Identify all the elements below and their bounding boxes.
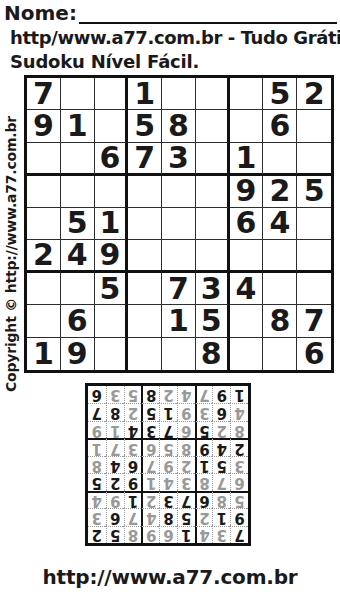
- puzzle-cell-r3c8[interactable]: [263, 143, 297, 176]
- puzzle-cell-r7c8[interactable]: [263, 273, 297, 305]
- puzzle-cell-r6c9[interactable]: [297, 240, 331, 273]
- puzzle-cell-r7c4[interactable]: [128, 273, 162, 305]
- solution-cell-r9c3: 7: [195, 386, 213, 403]
- solution-cell-r5c1: 3: [230, 456, 248, 473]
- solution-cell-r1c7: 8: [124, 526, 142, 543]
- puzzle-cell-r8c5: 1: [162, 305, 196, 337]
- solution-cell-r6c3: 9: [195, 438, 213, 455]
- puzzle-cell-r7c1[interactable]: [27, 273, 61, 305]
- puzzle-cell-r3c7: 1: [230, 143, 264, 176]
- solution-cell-r2c6: 4: [141, 508, 159, 525]
- solution-cell-r4c8: 2: [106, 473, 124, 490]
- puzzle-cell-r4c7: 9: [230, 176, 264, 208]
- puzzle-level-subtitle: Sudoku Nível Fácil.: [10, 51, 199, 72]
- puzzle-cell-r4c6[interactable]: [196, 176, 230, 208]
- copyright-vertical-text: Copyright © http://www.a77.com.br: [3, 116, 19, 392]
- puzzle-cell-r1c1: 7: [27, 78, 61, 110]
- solution-cell-r6c4: 8: [177, 438, 195, 455]
- solution-cell-r1c6: 9: [141, 526, 159, 543]
- puzzle-cell-r5c7: 6: [230, 208, 264, 240]
- sudoku-puzzle-grid: 715291586673192551642495734615871986: [24, 75, 334, 373]
- solution-cell-r9c1: 1: [230, 386, 248, 403]
- name-row: Nome:: [4, 2, 337, 24]
- puzzle-cell-r7c7: 4: [230, 273, 264, 305]
- solution-cell-r1c3: 4: [195, 526, 213, 543]
- puzzle-cell-r8c4[interactable]: [128, 305, 162, 337]
- solution-cell-r9c7: 5: [124, 386, 142, 403]
- solution-cell-r7c5: 7: [159, 421, 177, 438]
- solution-cell-r1c2: 3: [212, 526, 230, 543]
- puzzle-cell-r1c6[interactable]: [196, 78, 230, 110]
- puzzle-cell-r2c3[interactable]: [95, 110, 129, 142]
- puzzle-cell-r2c6[interactable]: [196, 110, 230, 142]
- puzzle-cell-r7c5: 7: [162, 273, 196, 305]
- puzzle-cell-r7c9[interactable]: [297, 273, 331, 305]
- solution-cell-r6c5: 5: [159, 438, 177, 455]
- puzzle-cell-r9c8[interactable]: [263, 338, 297, 370]
- solution-cell-r8c8: 8: [106, 403, 124, 420]
- solution-cell-r5c8: 4: [106, 456, 124, 473]
- solution-cell-r7c7: 4: [124, 421, 142, 438]
- puzzle-cell-r9c4[interactable]: [128, 338, 162, 370]
- puzzle-cell-r8c7[interactable]: [230, 305, 264, 337]
- solution-cell-r7c1: 8: [230, 421, 248, 438]
- solution-cell-r5c2: 5: [212, 456, 230, 473]
- puzzle-cell-r6c5[interactable]: [162, 240, 196, 273]
- solution-cell-r2c8: 6: [106, 508, 124, 525]
- footer-url: http://www.a77.com.br: [0, 565, 340, 589]
- name-label: Nome:: [4, 2, 77, 24]
- puzzle-cell-r1c2[interactable]: [61, 78, 95, 110]
- puzzle-cell-r4c4[interactable]: [128, 176, 162, 208]
- solution-cell-r5c3: 1: [195, 456, 213, 473]
- puzzle-cell-r4c5[interactable]: [162, 176, 196, 208]
- solution-cell-r6c8: 7: [106, 438, 124, 455]
- puzzle-cell-r2c2: 1: [61, 110, 95, 142]
- puzzle-cell-r2c4: 5: [128, 110, 162, 142]
- solution-cell-r3c2: 8: [212, 491, 230, 508]
- puzzle-cell-r7c2[interactable]: [61, 273, 95, 305]
- solution-cell-r6c9: 1: [88, 438, 106, 455]
- solution-cell-r4c7: 9: [124, 473, 142, 490]
- puzzle-cell-r3c6[interactable]: [196, 143, 230, 176]
- solution-cell-r1c4: 1: [177, 526, 195, 543]
- puzzle-cell-r3c5: 3: [162, 143, 196, 176]
- puzzle-cell-r5c9[interactable]: [297, 208, 331, 240]
- puzzle-cell-r9c2: 9: [61, 338, 95, 370]
- solution-cell-r6c6: 6: [141, 438, 159, 455]
- puzzle-cell-r4c2[interactable]: [61, 176, 95, 208]
- puzzle-cell-r5c3: 1: [95, 208, 129, 240]
- solution-cell-r3c3: 6: [195, 491, 213, 508]
- puzzle-cell-r3c9[interactable]: [297, 143, 331, 176]
- puzzle-cell-r6c7[interactable]: [230, 240, 264, 273]
- solution-cell-r2c3: 2: [195, 508, 213, 525]
- solution-cell-r6c2: 4: [212, 438, 230, 455]
- solution-cell-r2c9: 3: [88, 508, 106, 525]
- solution-cell-r4c9: 5: [88, 473, 106, 490]
- puzzle-cell-r4c8: 2: [263, 176, 297, 208]
- solution-cell-r8c3: 3: [195, 403, 213, 420]
- puzzle-cell-r6c3: 9: [95, 240, 129, 273]
- puzzle-cell-r9c9: 6: [297, 338, 331, 370]
- solution-cell-r5c6: 7: [141, 456, 159, 473]
- puzzle-cell-r2c1: 9: [27, 110, 61, 142]
- solution-cell-r1c8: 5: [106, 526, 124, 543]
- solution-cell-r1c1: 7: [230, 526, 248, 543]
- solution-cell-r8c6: 5: [141, 403, 159, 420]
- puzzle-cell-r8c3[interactable]: [95, 305, 129, 337]
- puzzle-cell-r7c6: 3: [196, 273, 230, 305]
- solution-cell-r9c6: 8: [141, 386, 159, 403]
- solution-cell-r8c7: 2: [124, 403, 142, 420]
- puzzle-cell-r1c5[interactable]: [162, 78, 196, 110]
- puzzle-cell-r9c7[interactable]: [230, 338, 264, 370]
- puzzle-cell-r5c2: 5: [61, 208, 95, 240]
- solution-cell-r5c4: 2: [177, 456, 195, 473]
- puzzle-cell-r5c6[interactable]: [196, 208, 230, 240]
- solution-cell-r8c9: 7: [88, 403, 106, 420]
- solution-cell-r2c7: 7: [124, 508, 142, 525]
- solution-cell-r9c5: 2: [159, 386, 177, 403]
- puzzle-cell-r6c8[interactable]: [263, 240, 297, 273]
- puzzle-cell-r1c3[interactable]: [95, 78, 129, 110]
- solution-cell-r3c1: 5: [230, 491, 248, 508]
- solution-cell-r3c9: 4: [88, 491, 106, 508]
- solution-cell-r9c9: 6: [88, 386, 106, 403]
- solution-cell-r2c4: 5: [177, 508, 195, 525]
- solution-cell-r5c9: 8: [88, 456, 106, 473]
- sudoku-worksheet-page: Nome: http/www.a77.com.br - Tudo Grátis.…: [0, 0, 340, 596]
- puzzle-cell-r9c3[interactable]: [95, 338, 129, 370]
- puzzle-cell-r1c8: 5: [263, 78, 297, 110]
- solution-cell-r5c5: 9: [159, 456, 177, 473]
- puzzle-cell-r5c8: 4: [263, 208, 297, 240]
- puzzle-cell-r1c7[interactable]: [230, 78, 264, 110]
- puzzle-cell-r4c1[interactable]: [27, 176, 61, 208]
- solution-cell-r9c4: 4: [177, 386, 195, 403]
- puzzle-cell-r8c9: 7: [297, 305, 331, 337]
- puzzle-cell-r8c2: 6: [61, 305, 95, 337]
- sudoku-solution-grid-rotated: 7341698529125847635867321946783419253512…: [85, 383, 251, 546]
- solution-cell-r3c6: 2: [141, 491, 159, 508]
- solution-cell-r4c6: 1: [141, 473, 159, 490]
- puzzle-cell-r5c5[interactable]: [162, 208, 196, 240]
- solution-cell-r7c9: 9: [88, 421, 106, 438]
- puzzle-cell-r7c3: 5: [95, 273, 129, 305]
- solution-cell-r8c1: 4: [230, 403, 248, 420]
- puzzle-cell-r9c1: 1: [27, 338, 61, 370]
- puzzle-cell-r9c5[interactable]: [162, 338, 196, 370]
- puzzle-cell-r1c9: 2: [297, 78, 331, 110]
- solution-cell-r7c3: 5: [195, 421, 213, 438]
- puzzle-cell-r3c2[interactable]: [61, 143, 95, 176]
- solution-cell-r2c1: 9: [230, 508, 248, 525]
- solution-cell-r7c4: 6: [177, 421, 195, 438]
- puzzle-cell-r6c6[interactable]: [196, 240, 230, 273]
- puzzle-cell-r4c9: 5: [297, 176, 331, 208]
- puzzle-cell-r5c4[interactable]: [128, 208, 162, 240]
- puzzle-cell-r5c1[interactable]: [27, 208, 61, 240]
- solution-cell-r7c6: 3: [141, 421, 159, 438]
- site-title: http/www.a77.com.br - Tudo Grátis.: [10, 27, 340, 48]
- puzzle-cell-r4c3[interactable]: [95, 176, 129, 208]
- solution-cell-r4c2: 7: [212, 473, 230, 490]
- puzzle-cell-r2c7[interactable]: [230, 110, 264, 142]
- puzzle-cell-r6c4[interactable]: [128, 240, 162, 273]
- solution-cell-r8c2: 6: [212, 403, 230, 420]
- puzzle-cell-r2c5: 8: [162, 110, 196, 142]
- puzzle-cell-r8c1[interactable]: [27, 305, 61, 337]
- name-blank-line[interactable]: [79, 2, 337, 24]
- solution-cell-r3c8: 9: [106, 491, 124, 508]
- solution-cell-r6c7: 3: [124, 438, 142, 455]
- puzzle-cell-r3c3: 6: [95, 143, 129, 176]
- solution-cell-r7c2: 2: [212, 421, 230, 438]
- solution-cell-r3c7: 1: [124, 491, 142, 508]
- puzzle-cell-r8c6: 5: [196, 305, 230, 337]
- solution-cell-r4c5: 4: [159, 473, 177, 490]
- solution-cell-r4c1: 6: [230, 473, 248, 490]
- puzzle-cell-r2c9[interactable]: [297, 110, 331, 142]
- solution-cell-r1c5: 6: [159, 526, 177, 543]
- solution-cell-r5c7: 6: [124, 456, 142, 473]
- solution-cell-r2c2: 1: [212, 508, 230, 525]
- solution-cell-r1c9: 2: [88, 526, 106, 543]
- solution-cell-r8c5: 1: [159, 403, 177, 420]
- puzzle-cell-r3c1[interactable]: [27, 143, 61, 176]
- puzzle-cell-r3c4: 7: [128, 143, 162, 176]
- solution-cell-r4c4: 3: [177, 473, 195, 490]
- solution-cell-r6c1: 2: [230, 438, 248, 455]
- puzzle-cell-r1c4: 1: [128, 78, 162, 110]
- solution-cell-r3c4: 7: [177, 491, 195, 508]
- solution-cell-r2c5: 8: [159, 508, 177, 525]
- solution-cell-r8c4: 9: [177, 403, 195, 420]
- puzzle-cell-r6c2: 4: [61, 240, 95, 273]
- solution-cell-r4c3: 8: [195, 473, 213, 490]
- solution-cell-r9c8: 3: [106, 386, 124, 403]
- puzzle-cell-r2c8: 6: [263, 110, 297, 142]
- solution-cell-r3c5: 3: [159, 491, 177, 508]
- solution-cell-r7c8: 1: [106, 421, 124, 438]
- puzzle-cell-r6c1: 2: [27, 240, 61, 273]
- puzzle-cell-r9c6: 8: [196, 338, 230, 370]
- solution-cell-r9c2: 9: [212, 386, 230, 403]
- puzzle-cell-r8c8: 8: [263, 305, 297, 337]
